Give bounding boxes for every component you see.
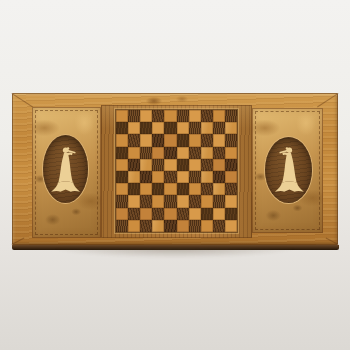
board-square [189,171,201,183]
board-square [213,122,225,134]
board-square [201,147,213,159]
board-square [201,195,213,207]
board-square [140,147,152,159]
board-square [213,208,225,220]
board-square [177,208,189,220]
board-square [177,195,189,207]
board-square [164,134,176,146]
board-square [128,122,140,134]
board-square [128,171,140,183]
board-square [152,208,164,220]
board-square [189,208,201,220]
right-burl-panel [252,108,323,233]
board-square [213,147,225,159]
board-square [201,134,213,146]
board-square [128,183,140,195]
board-square [225,147,237,159]
board-square [140,171,152,183]
miter-joint [317,93,339,107]
board-square [140,220,152,232]
board-square [225,110,237,122]
left-burl-panel [32,107,101,238]
board-square [152,147,164,159]
board-square [116,220,128,232]
board-shadow [6,248,344,262]
board-square [225,183,237,195]
board-square [225,171,237,183]
board-square [116,195,128,207]
board-square [152,134,164,146]
board-square [189,220,201,232]
board-square [189,110,201,122]
board-square [128,147,140,159]
board-square [213,134,225,146]
board-square [225,159,237,171]
board-square [164,208,176,220]
board-square [201,208,213,220]
board-square [201,110,213,122]
board-square [128,208,140,220]
board-square [152,171,164,183]
board-square [116,183,128,195]
board-square [225,208,237,220]
board-square [152,110,164,122]
miter-joint [12,238,25,245]
board-square [128,110,140,122]
left-medallion-oval [43,135,88,203]
board-square [213,159,225,171]
board-square [201,171,213,183]
board-square [201,220,213,232]
board-square [189,159,201,171]
board-square [140,195,152,207]
board-square [213,220,225,232]
board-square [177,220,189,232]
board-square [201,159,213,171]
board-square [140,208,152,220]
board-square [201,122,213,134]
miter-joint [326,238,339,245]
board-square [140,159,152,171]
board-square [225,220,237,232]
board-square [152,220,164,232]
board-square [164,110,176,122]
board-square [116,208,128,220]
board-square [140,110,152,122]
board-square [140,122,152,134]
board-square [128,134,140,146]
board-square [164,147,176,159]
board-square [128,220,140,232]
board-square [116,134,128,146]
board-square [116,159,128,171]
board-square [189,183,201,195]
board-square [164,195,176,207]
board-square [189,134,201,146]
board-square [164,220,176,232]
board-square [213,183,225,195]
right-medallion-oval [265,137,312,203]
miter-joint [11,93,33,107]
board-square [177,147,189,159]
checkerboard [116,110,237,232]
board-square [177,171,189,183]
flute-player-figure-left [47,143,85,199]
board-square [177,159,189,171]
board-square [116,122,128,134]
board-square [213,171,225,183]
board-square [225,195,237,207]
board-square [152,195,164,207]
checkerboard-panel [101,105,252,238]
board-square [152,159,164,171]
board-square [152,122,164,134]
game-board [12,93,338,245]
board-square [189,195,201,207]
board-square [201,183,213,195]
board-square [225,134,237,146]
board-square [152,183,164,195]
board-square [177,110,189,122]
board-square [164,171,176,183]
board-square [128,195,140,207]
board-square [116,171,128,183]
board-square [177,122,189,134]
flute-player-figure-right [270,143,308,199]
board-square [177,183,189,195]
board-square [189,122,201,134]
board-square [140,183,152,195]
board-square [140,134,152,146]
board-square [128,159,140,171]
board-square [164,122,176,134]
photo-backdrop [0,0,350,350]
board-square [164,159,176,171]
board-square [116,147,128,159]
board-square [213,195,225,207]
board-square [164,183,176,195]
board-square [116,110,128,122]
board-square [213,110,225,122]
board-square [225,122,237,134]
board-square [177,134,189,146]
board-square [189,147,201,159]
